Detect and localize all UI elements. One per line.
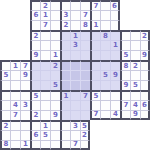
given-digit: 9 [53,112,58,119]
cell-r8c3[interactable] [30,80,40,90]
outside-area [20,20,30,30]
cell-r5c9[interactable] [90,50,100,60]
cell-r10c1[interactable]: 4 [10,100,20,110]
cell-r9c6[interactable]: 1 [60,90,70,100]
outside-area [90,130,100,140]
cell-r4c9[interactable] [90,40,100,50]
cell-r2c7[interactable] [70,20,80,30]
sudoku-board: 2766137728121823191591728259595955175437… [0,0,150,150]
given-digit: 4 [133,102,138,109]
given-digit: 9 [124,82,129,89]
cell-r14c8[interactable] [80,140,90,150]
given-digit: 3 [73,123,78,130]
given-digit: 1 [43,12,48,19]
given-digit: 9 [23,72,28,79]
cell-r11c4[interactable] [40,110,50,120]
given-digit: 7 [13,112,18,119]
cell-r8c7[interactable] [70,80,80,90]
cell-r3c9[interactable] [90,30,100,40]
given-digit: 2 [34,33,39,40]
given-digit: 8 [103,33,108,40]
cell-r13c3[interactable]: 6 [30,130,40,140]
cell-r6c10[interactable] [100,60,110,70]
given-digit: 2 [4,123,9,130]
cell-r1c5[interactable] [50,10,60,20]
cell-r7c6[interactable] [60,70,70,80]
outside-area [0,20,10,30]
outside-area [10,0,20,10]
cell-r1c8[interactable]: 7 [80,10,90,20]
given-digit: 7 [83,12,88,19]
given-digit: 3 [23,102,28,109]
cell-r12c2[interactable] [20,120,30,130]
cell-r4c13[interactable] [130,40,140,50]
outside-area [20,40,30,50]
given-digit: 7 [124,102,129,109]
cell-r7c9[interactable] [90,70,100,80]
given-digit: 2 [34,112,39,119]
cell-r5c3[interactable]: 9 [30,50,40,60]
cell-r7c10[interactable]: 5 [100,70,110,80]
given-digit: 5 [34,93,39,100]
cell-r2c10[interactable] [100,20,110,30]
given-digit: 3 [64,12,69,19]
given-digit: 5 [124,52,129,59]
cell-r7c11[interactable]: 9 [110,70,120,80]
cell-r6c0[interactable] [0,60,10,70]
cell-r0c11[interactable]: 6 [110,0,120,10]
given-digit: 1 [13,63,18,70]
given-digit: 7 [94,111,99,118]
cell-r7c13[interactable] [130,70,140,80]
cell-r6c9[interactable] [90,60,100,70]
cell-r0c6[interactable] [60,0,70,10]
cell-r7c8[interactable] [80,70,90,80]
cell-r12c5[interactable] [50,120,60,130]
cell-r7c7[interactable] [70,70,80,80]
outside-area [20,10,30,20]
cell-r10c4[interactable] [40,100,50,110]
cell-r10c2[interactable]: 3 [20,100,30,110]
cell-r6c8[interactable] [80,60,90,70]
cell-r3c5[interactable] [50,30,60,40]
cell-r0c7[interactable] [70,0,80,10]
cell-r0c5[interactable] [50,0,60,10]
outside-area [140,0,150,10]
cell-r7c3[interactable] [30,70,40,80]
cell-r5c12[interactable]: 5 [120,50,130,60]
cell-r3c12[interactable] [120,30,130,40]
outside-area [130,140,140,150]
given-digit: 8 [124,63,129,70]
given-digit: 1 [53,52,58,59]
cell-r4c4[interactable] [40,40,50,50]
cell-r1c7[interactable] [70,10,80,20]
outside-area [110,140,120,150]
cell-r3c14[interactable]: 2 [140,30,150,40]
cell-r11c7[interactable] [70,110,80,120]
cell-r8c0[interactable] [0,80,10,90]
cell-r11c9[interactable]: 7 [90,110,100,120]
cell-r13c5[interactable] [50,130,60,140]
cell-r10c6[interactable] [60,100,70,110]
cell-r9c5[interactable] [50,90,60,100]
cell-r10c3[interactable] [30,100,40,110]
outside-area [0,40,10,50]
cell-r9c1[interactable] [10,90,20,100]
cell-r2c11[interactable] [110,20,120,30]
cell-r12c1[interactable] [10,120,20,130]
cell-r14c0[interactable]: 8 [0,140,10,150]
cell-r5c7[interactable] [70,50,80,60]
cell-r14c3[interactable] [30,140,40,150]
cell-r13c0[interactable] [0,130,10,140]
given-digit: 8 [83,22,88,29]
outside-area [100,120,110,130]
outside-area [130,0,140,10]
cell-r8c1[interactable] [10,80,20,90]
given-digit: 1 [94,22,99,29]
cell-r10c0[interactable] [0,100,10,110]
outside-area [10,50,20,60]
puzzle-page: 2766137728121823191591728259595955175437… [0,0,150,150]
cell-r9c10[interactable] [100,90,110,100]
cell-r0c4[interactable]: 2 [40,0,50,10]
given-digit: 9 [113,72,118,79]
outside-area [120,20,130,30]
cell-r7c2[interactable]: 9 [20,70,30,80]
outside-area [140,10,150,20]
cell-r11c3[interactable]: 2 [30,110,40,120]
cell-r14c5[interactable] [50,140,60,150]
cell-r11c1[interactable]: 7 [10,110,20,120]
cell-r10c9[interactable] [90,100,100,110]
cell-r11c12[interactable] [120,110,130,120]
cell-r10c8[interactable] [80,100,90,110]
cell-r10c11[interactable] [110,100,120,110]
cell-r4c3[interactable] [30,40,40,50]
outside-area [140,120,150,130]
cell-r6c12[interactable]: 8 [120,60,130,70]
cell-r2c4[interactable]: 7 [40,20,50,30]
cell-r3c6[interactable] [60,30,70,40]
cell-r11c13[interactable]: 9 [130,110,140,120]
outside-area [0,10,10,20]
cell-r11c14[interactable] [140,110,150,120]
cell-r4c11[interactable]: 1 [110,40,120,50]
cell-r4c7[interactable]: 3 [70,40,80,50]
cell-r7c4[interactable] [40,70,50,80]
outside-area [10,20,20,30]
cell-r8c6[interactable] [60,80,70,90]
cell-r14c7[interactable]: 7 [70,140,80,150]
given-digit: 5 [133,82,138,89]
cell-r12c0[interactable]: 2 [0,120,10,130]
cell-r1c11[interactable] [110,10,120,20]
cell-r7c0[interactable]: 5 [0,70,10,80]
cell-r13c7[interactable] [70,130,80,140]
cell-r14c6[interactable] [60,140,70,150]
cell-r5c8[interactable] [80,50,90,60]
given-digit: 2 [53,63,58,70]
outside-area [20,50,30,60]
cell-r12c8[interactable]: 5 [80,120,90,130]
cell-r14c1[interactable] [10,140,20,150]
cell-r12c4[interactable]: 1 [40,120,50,130]
cell-r5c10[interactable] [100,50,110,60]
cell-r8c9[interactable] [90,80,100,90]
cell-r7c1[interactable] [10,70,20,80]
outside-area [10,30,20,40]
cell-r7c12[interactable] [120,70,130,80]
given-digit: 5 [94,93,99,100]
cell-r11c0[interactable] [0,110,10,120]
given-digit: 8 [4,141,9,148]
cell-r9c8[interactable]: 7 [80,90,90,100]
outside-area [110,130,120,140]
cell-r8c11[interactable] [110,80,120,90]
given-digit: 1 [73,33,78,40]
cell-r5c5[interactable]: 1 [50,50,60,60]
cell-r8c10[interactable] [100,80,110,90]
given-digit: 1 [113,42,118,49]
given-digit: 9 [34,52,39,59]
cell-r5c13[interactable] [130,50,140,60]
outside-area [130,10,140,20]
outside-area [120,120,130,130]
cell-r10c14[interactable]: 6 [140,100,150,110]
given-digit: 7 [83,93,88,100]
cell-r4c12[interactable] [120,40,130,50]
cell-r4c8[interactable] [80,40,90,50]
given-digit: 2 [133,63,138,70]
outside-area [140,130,150,140]
outside-area [0,30,10,40]
cell-r0c10[interactable] [100,0,110,10]
given-digit: 4 [113,111,118,118]
outside-area [130,20,140,30]
given-digit: 7 [94,3,99,10]
cell-r9c2[interactable] [20,90,30,100]
cell-r9c11[interactable] [110,90,120,100]
given-digit: 5 [103,72,108,79]
cell-r3c8[interactable] [80,30,90,40]
cell-r9c3[interactable]: 5 [30,90,40,100]
outside-area [120,10,130,20]
given-digit: 7 [73,141,78,148]
cell-r3c13[interactable] [130,30,140,40]
cell-r11c6[interactable] [60,110,70,120]
cell-r13c1[interactable] [10,130,20,140]
given-digit: 1 [64,93,69,100]
given-digit: 4 [13,102,18,109]
cell-r5c6[interactable] [60,50,70,60]
given-digit: 2 [82,132,87,139]
outside-area [100,130,110,140]
cell-r3c7[interactable]: 1 [70,30,80,40]
cell-r7c14[interactable] [140,70,150,80]
cell-r8c13[interactable]: 5 [130,80,140,90]
outside-area [90,140,100,150]
given-digit: 2 [142,33,147,40]
given-digit: 1 [23,141,28,148]
cell-r9c12[interactable] [120,90,130,100]
given-digit: 2 [43,3,48,10]
cell-r4c10[interactable] [100,40,110,50]
cell-r6c1[interactable]: 1 [10,60,20,70]
given-digit: 5 [53,82,58,89]
outside-area [130,120,140,130]
cell-r9c4[interactable] [40,90,50,100]
cell-r8c5[interactable]: 5 [50,80,60,90]
cell-r10c13[interactable]: 4 [130,100,140,110]
given-digit: 5 [43,132,48,139]
cell-r6c4[interactable] [40,60,50,70]
given-digit: 9 [133,111,138,118]
cell-r9c0[interactable] [0,90,10,100]
given-digit: 6 [34,132,39,139]
cell-r13c4[interactable]: 5 [40,130,50,140]
given-digit: 5 [4,72,9,79]
cell-r9c14[interactable] [140,90,150,100]
cell-r0c3[interactable] [30,0,40,10]
cell-r10c5[interactable] [50,100,60,110]
outside-area [140,20,150,30]
cell-r6c7[interactable] [70,60,80,70]
cell-r5c11[interactable] [110,50,120,60]
cell-r10c7[interactable] [70,100,80,110]
cell-r8c12[interactable]: 9 [120,80,130,90]
given-digit: 7 [23,63,28,70]
cell-r2c6[interactable]: 2 [60,20,70,30]
cell-r13c8[interactable]: 2 [80,130,90,140]
cell-r8c14[interactable] [140,80,150,90]
outside-area [10,40,20,50]
given-digit: 6 [112,3,117,10]
outside-area [0,50,10,60]
cell-r8c4[interactable] [40,80,50,90]
outside-area [10,10,20,20]
cell-r9c9[interactable]: 5 [90,90,100,100]
cell-r11c10[interactable] [100,110,110,120]
outside-area [120,0,130,10]
given-digit: 7 [43,22,48,29]
cell-r14c4[interactable] [40,140,50,150]
cell-r6c5[interactable]: 2 [50,60,60,70]
cell-r2c5[interactable] [50,20,60,30]
cell-r4c5[interactable] [50,40,60,50]
cell-r8c8[interactable] [80,80,90,90]
cell-r1c10[interactable] [100,10,110,20]
cell-r2c9[interactable]: 1 [90,20,100,30]
cell-r1c3[interactable]: 6 [30,10,40,20]
cell-r4c14[interactable] [140,40,150,50]
cell-r5c14[interactable]: 9 [140,50,150,60]
cell-r6c3[interactable] [30,60,40,70]
cell-r13c6[interactable] [60,130,70,140]
cell-r11c8[interactable] [80,110,90,120]
outside-area [20,30,30,40]
given-digit: 2 [64,22,69,29]
cell-r9c7[interactable] [70,90,80,100]
outside-area [130,130,140,140]
given-digit: 9 [142,52,147,59]
outside-area [120,140,130,150]
cell-r0c9[interactable]: 7 [90,0,100,10]
given-digit: 6 [142,102,147,109]
cell-r10c10[interactable] [100,100,110,110]
cell-r14c2[interactable]: 1 [20,140,30,150]
cell-r8c2[interactable] [20,80,30,90]
cell-r11c5[interactable]: 9 [50,110,60,120]
cell-r12c3[interactable] [30,120,40,130]
cell-r3c3[interactable]: 2 [30,30,40,40]
cell-r3c4[interactable] [40,30,50,40]
given-digit: 3 [73,42,78,49]
outside-area [110,120,120,130]
given-digit: 1 [43,123,48,130]
outside-area [20,0,30,10]
cell-r6c6[interactable] [60,60,70,70]
given-digit: 5 [82,123,87,130]
outside-area [120,130,130,140]
cell-r6c2[interactable]: 7 [20,60,30,70]
cell-r1c9[interactable] [90,10,100,20]
outside-area [90,120,100,130]
cell-r5c4[interactable] [40,50,50,60]
cell-r7c5[interactable] [50,70,60,80]
cell-r3c10[interactable]: 8 [100,30,110,40]
cell-r4c6[interactable] [60,40,70,50]
cell-r9c13[interactable] [130,90,140,100]
cell-r1c6[interactable]: 3 [60,10,70,20]
cell-r12c6[interactable] [60,120,70,130]
cell-r6c11[interactable] [110,60,120,70]
cell-r11c11[interactable]: 4 [110,110,120,120]
cell-r6c14[interactable] [140,60,150,70]
outside-area [100,140,110,150]
outside-area [0,0,10,10]
given-digit: 6 [34,12,39,19]
cell-r6c13[interactable]: 2 [130,60,140,70]
cell-r3c11[interactable] [110,30,120,40]
cell-r2c3[interactable] [30,20,40,30]
cell-r13c2[interactable] [20,130,30,140]
cell-r2c8[interactable]: 8 [80,20,90,30]
cell-r11c2[interactable] [20,110,30,120]
cell-r10c12[interactable]: 7 [120,100,130,110]
cell-r1c4[interactable]: 1 [40,10,50,20]
cell-r0c8[interactable] [80,0,90,10]
outside-area [140,140,150,150]
cell-r12c7[interactable]: 3 [70,120,80,130]
